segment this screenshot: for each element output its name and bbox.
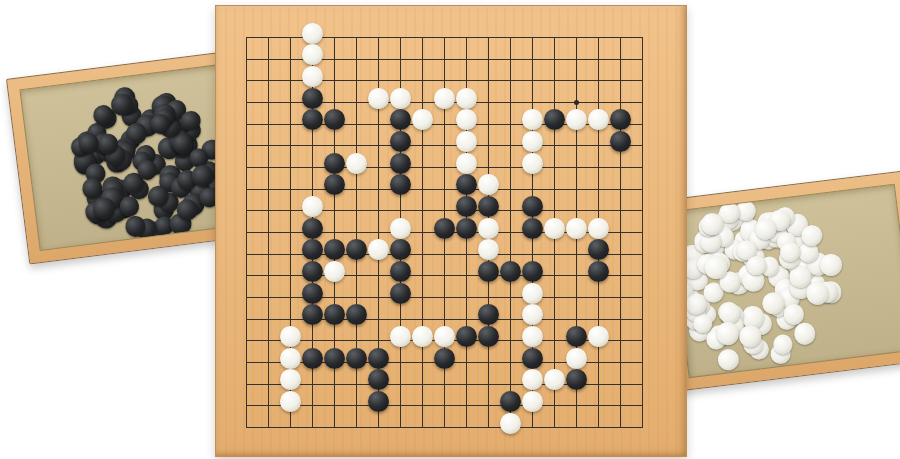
stone-white[interactable] — [522, 131, 543, 152]
stone-black[interactable] — [390, 283, 411, 304]
stone-black[interactable] — [566, 369, 587, 390]
stone-white[interactable] — [478, 239, 499, 260]
stone-white[interactable] — [544, 218, 565, 239]
stone-black[interactable] — [522, 261, 543, 282]
stone-black[interactable] — [456, 174, 477, 195]
stone-black[interactable] — [522, 348, 543, 369]
stone-white[interactable] — [302, 196, 323, 217]
stone-black[interactable] — [302, 348, 323, 369]
stone-black[interactable] — [390, 153, 411, 174]
stone-black[interactable] — [302, 304, 323, 325]
white-stone-tray — [655, 170, 900, 391]
go-set-scene — [0, 0, 900, 459]
grid-line-horizontal — [246, 405, 643, 406]
stone-black[interactable] — [456, 218, 477, 239]
stone-white[interactable] — [566, 109, 587, 130]
stone-white[interactable] — [522, 153, 543, 174]
stone-white[interactable] — [280, 326, 301, 347]
grid-line-horizontal — [246, 427, 643, 428]
stone-black[interactable] — [324, 304, 345, 325]
stone-black[interactable] — [566, 326, 587, 347]
stone-black[interactable] — [390, 131, 411, 152]
stone-white[interactable] — [456, 109, 477, 130]
stone-black[interactable] — [478, 326, 499, 347]
stone-black[interactable] — [302, 261, 323, 282]
star-point — [574, 100, 579, 105]
stone-white[interactable] — [390, 88, 411, 109]
stone-black[interactable] — [324, 109, 345, 130]
stone-white[interactable] — [588, 326, 609, 347]
stone-white[interactable] — [500, 413, 521, 434]
stone-black[interactable] — [588, 261, 609, 282]
stone-black[interactable] — [522, 196, 543, 217]
stone-black[interactable] — [610, 131, 631, 152]
stone-white[interactable] — [368, 88, 389, 109]
stone-black[interactable] — [390, 109, 411, 130]
grid-line-vertical — [642, 37, 643, 428]
stone-black[interactable] — [544, 109, 565, 130]
stone-black[interactable] — [302, 239, 323, 260]
stone-white[interactable] — [412, 326, 433, 347]
board-grid — [246, 37, 643, 428]
stone-black[interactable] — [324, 153, 345, 174]
stone-white[interactable] — [588, 109, 609, 130]
stone-black[interactable] — [456, 326, 477, 347]
stone-white[interactable] — [522, 283, 543, 304]
stone-black[interactable] — [368, 348, 389, 369]
stone-black[interactable] — [390, 261, 411, 282]
stone-white[interactable] — [456, 88, 477, 109]
stone-black[interactable] — [302, 88, 323, 109]
stone-white[interactable] — [522, 391, 543, 412]
grid-line-vertical — [510, 37, 511, 428]
stone-white[interactable] — [522, 326, 543, 347]
stone-black[interactable] — [434, 218, 455, 239]
stone-black[interactable] — [610, 109, 631, 130]
stone-black[interactable] — [368, 391, 389, 412]
stone-white[interactable] — [478, 218, 499, 239]
stone-white[interactable] — [522, 109, 543, 130]
stone-white[interactable] — [280, 369, 301, 390]
stone-white[interactable] — [544, 369, 565, 390]
stone-white[interactable] — [412, 109, 433, 130]
stone-black[interactable] — [302, 218, 323, 239]
stone-black[interactable] — [478, 304, 499, 325]
stone-white[interactable] — [434, 88, 455, 109]
grid-line-vertical — [620, 37, 621, 428]
stone-white[interactable] — [302, 66, 323, 87]
stone-white[interactable] — [390, 218, 411, 239]
stone-black[interactable] — [324, 348, 345, 369]
tray-stone-white — [793, 322, 817, 346]
stone-white[interactable] — [456, 153, 477, 174]
stone-black[interactable] — [302, 109, 323, 130]
stone-black[interactable] — [478, 261, 499, 282]
stone-white[interactable] — [522, 369, 543, 390]
stone-black[interactable] — [324, 239, 345, 260]
stone-black[interactable] — [302, 283, 323, 304]
stone-black[interactable] — [456, 196, 477, 217]
stone-white[interactable] — [302, 23, 323, 44]
stone-white[interactable] — [368, 239, 389, 260]
stone-white[interactable] — [588, 218, 609, 239]
stone-white[interactable] — [434, 326, 455, 347]
stone-white[interactable] — [346, 153, 367, 174]
stone-white[interactable] — [302, 44, 323, 65]
white-tray-felt — [668, 184, 900, 379]
stone-black[interactable] — [368, 369, 389, 390]
stone-black[interactable] — [588, 239, 609, 260]
go-board[interactable] — [215, 5, 687, 457]
stone-black[interactable] — [324, 174, 345, 195]
stone-black[interactable] — [434, 348, 455, 369]
stone-black[interactable] — [346, 348, 367, 369]
stone-black[interactable] — [390, 174, 411, 195]
stone-black[interactable] — [500, 261, 521, 282]
stone-white[interactable] — [456, 131, 477, 152]
stone-black[interactable] — [478, 196, 499, 217]
stone-white[interactable] — [566, 218, 587, 239]
tray-stone-white — [717, 348, 740, 371]
stone-black[interactable] — [522, 218, 543, 239]
stone-white[interactable] — [566, 348, 587, 369]
stone-black[interactable] — [390, 239, 411, 260]
stone-white[interactable] — [280, 391, 301, 412]
stone-white[interactable] — [478, 174, 499, 195]
stone-white[interactable] — [280, 348, 301, 369]
stone-black[interactable] — [500, 391, 521, 412]
stone-white[interactable] — [324, 261, 345, 282]
stone-white[interactable] — [522, 304, 543, 325]
stone-black[interactable] — [346, 304, 367, 325]
stone-white[interactable] — [390, 326, 411, 347]
stone-black[interactable] — [346, 239, 367, 260]
